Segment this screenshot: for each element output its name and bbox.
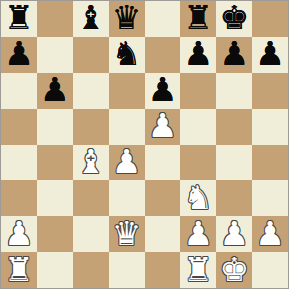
square-d1[interactable] <box>109 252 145 288</box>
square-g5[interactable] <box>216 109 252 145</box>
square-h5[interactable] <box>252 109 288 145</box>
piece-black-pawn: ♟ <box>40 73 70 106</box>
piece-black-queen: ♛ <box>112 1 142 34</box>
square-g8[interactable]: ♚ <box>216 1 252 37</box>
square-g6[interactable] <box>216 73 252 109</box>
piece-white-pawn: ♟ <box>184 217 214 250</box>
square-g2[interactable]: ♟ <box>216 216 252 252</box>
square-e5[interactable]: ♟ <box>145 109 181 145</box>
square-e7[interactable] <box>145 37 181 73</box>
square-h2[interactable]: ♟ <box>252 216 288 252</box>
square-f2[interactable]: ♟ <box>180 216 216 252</box>
piece-black-king: ♚ <box>219 1 249 34</box>
square-c8[interactable]: ♝ <box>73 1 109 37</box>
square-f5[interactable] <box>180 109 216 145</box>
square-h1[interactable] <box>252 252 288 288</box>
square-f4[interactable] <box>180 145 216 181</box>
square-h8[interactable] <box>252 1 288 37</box>
square-e8[interactable] <box>145 1 181 37</box>
square-e4[interactable] <box>145 145 181 181</box>
square-c6[interactable] <box>73 73 109 109</box>
square-a7[interactable]: ♟ <box>1 37 37 73</box>
piece-black-rook: ♜ <box>4 1 34 34</box>
piece-black-pawn: ♟ <box>255 37 285 70</box>
piece-white-rook: ♜ <box>4 253 34 286</box>
piece-white-bishop: ♝ <box>76 145 106 178</box>
square-a3[interactable] <box>1 180 37 216</box>
square-b7[interactable] <box>37 37 73 73</box>
square-c2[interactable] <box>73 216 109 252</box>
square-g7[interactable]: ♟ <box>216 37 252 73</box>
chess-board: ♜♝♛♜♚♟♞♟♟♟♟♟♟♝♟♞♟♛♟♟♟♜♜♚ <box>0 0 289 289</box>
square-c7[interactable] <box>73 37 109 73</box>
square-b8[interactable] <box>37 1 73 37</box>
square-b1[interactable] <box>37 252 73 288</box>
square-c4[interactable]: ♝ <box>73 145 109 181</box>
square-d3[interactable] <box>109 180 145 216</box>
square-c1[interactable] <box>73 252 109 288</box>
piece-white-pawn: ♟ <box>112 145 142 178</box>
piece-white-pawn: ♟ <box>4 217 34 250</box>
square-h3[interactable] <box>252 180 288 216</box>
square-a2[interactable]: ♟ <box>1 216 37 252</box>
piece-white-knight: ♞ <box>184 181 214 214</box>
piece-black-pawn: ♟ <box>184 37 214 70</box>
square-b3[interactable] <box>37 180 73 216</box>
square-f6[interactable] <box>180 73 216 109</box>
square-a4[interactable] <box>1 145 37 181</box>
square-e2[interactable] <box>145 216 181 252</box>
square-a8[interactable]: ♜ <box>1 1 37 37</box>
piece-white-queen: ♛ <box>112 217 142 250</box>
square-c5[interactable] <box>73 109 109 145</box>
square-b2[interactable] <box>37 216 73 252</box>
square-d5[interactable] <box>109 109 145 145</box>
piece-white-rook: ♜ <box>184 253 214 286</box>
square-d2[interactable]: ♛ <box>109 216 145 252</box>
square-g3[interactable] <box>216 180 252 216</box>
square-a5[interactable] <box>1 109 37 145</box>
square-f7[interactable]: ♟ <box>180 37 216 73</box>
piece-black-rook: ♜ <box>184 1 214 34</box>
square-e6[interactable]: ♟ <box>145 73 181 109</box>
square-b5[interactable] <box>37 109 73 145</box>
piece-black-pawn: ♟ <box>219 37 249 70</box>
square-d6[interactable] <box>109 73 145 109</box>
square-b4[interactable] <box>37 145 73 181</box>
piece-white-pawn: ♟ <box>148 109 178 142</box>
square-a1[interactable]: ♜ <box>1 252 37 288</box>
square-c3[interactable] <box>73 180 109 216</box>
square-h7[interactable]: ♟ <box>252 37 288 73</box>
square-f8[interactable]: ♜ <box>180 1 216 37</box>
square-a6[interactable] <box>1 73 37 109</box>
piece-black-knight: ♞ <box>112 37 142 70</box>
board-container: ♜♝♛♜♚♟♞♟♟♟♟♟♟♝♟♞♟♛♟♟♟♜♜♚ <box>0 0 289 289</box>
square-d7[interactable]: ♞ <box>109 37 145 73</box>
square-d8[interactable]: ♛ <box>109 1 145 37</box>
piece-white-pawn: ♟ <box>255 217 285 250</box>
piece-black-bishop: ♝ <box>76 1 106 34</box>
square-b6[interactable]: ♟ <box>37 73 73 109</box>
square-h6[interactable] <box>252 73 288 109</box>
square-e3[interactable] <box>145 180 181 216</box>
piece-black-pawn: ♟ <box>4 37 34 70</box>
piece-white-pawn: ♟ <box>219 217 249 250</box>
piece-black-pawn: ♟ <box>148 73 178 106</box>
square-e1[interactable] <box>145 252 181 288</box>
square-d4[interactable]: ♟ <box>109 145 145 181</box>
square-h4[interactable] <box>252 145 288 181</box>
square-g4[interactable] <box>216 145 252 181</box>
square-f3[interactable]: ♞ <box>180 180 216 216</box>
square-f1[interactable]: ♜ <box>180 252 216 288</box>
square-g1[interactable]: ♚ <box>216 252 252 288</box>
piece-white-king: ♚ <box>219 253 249 286</box>
